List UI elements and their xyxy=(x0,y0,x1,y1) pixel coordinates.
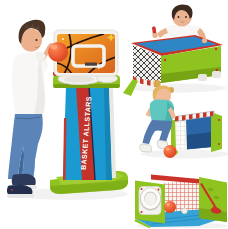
cage-right-foot-2 xyxy=(212,71,221,78)
cage-screw-1 xyxy=(164,59,166,61)
box-right-panel xyxy=(199,177,227,222)
scene-activity-box xyxy=(134,175,228,229)
boy1-jeans xyxy=(8,114,43,179)
boy1-shoe-logo xyxy=(11,189,13,191)
box-orange-ball-highlight xyxy=(166,203,170,206)
golf-ball xyxy=(182,208,188,214)
basketball-ball-highlight xyxy=(51,45,58,50)
brand-plate xyxy=(85,63,97,66)
cage-screw-2 xyxy=(215,48,217,50)
box-top-bar xyxy=(151,175,199,184)
boy-basketball xyxy=(7,20,54,198)
plaque-screw-2 xyxy=(158,189,160,191)
goal-side-panel xyxy=(211,112,222,152)
football-goal xyxy=(169,111,222,155)
box-left-panel xyxy=(135,181,165,224)
cage-screw-3 xyxy=(216,69,218,71)
football-ball xyxy=(164,145,177,158)
girl-sneaker-back xyxy=(140,144,152,152)
scene-basketball-stand: BASKET ALLSTARS xyxy=(7,20,128,200)
basket-rim-inner xyxy=(64,76,94,83)
basketball-ball xyxy=(48,42,68,62)
plaque-screw-3 xyxy=(141,211,143,213)
product-photo-collage: BASKET ALLSTARS xyxy=(0,0,228,228)
boy1-eye xyxy=(36,39,38,41)
cage-shadow xyxy=(130,84,226,93)
scene-cage-table xyxy=(123,5,226,97)
boy2-eye-right xyxy=(185,16,187,18)
cage-right-foot xyxy=(198,74,207,81)
boy2-hand-left xyxy=(152,33,157,38)
boy2-eye-left xyxy=(178,16,180,18)
boy2-hand-right xyxy=(202,38,207,43)
boy1-shoe-front-sole xyxy=(7,194,34,198)
goal-screw-2 xyxy=(218,143,220,145)
plaque-screw-1 xyxy=(141,188,143,190)
goal-screw-1 xyxy=(218,119,220,121)
girl-jeans xyxy=(143,120,173,144)
box-orange-ball xyxy=(164,201,176,213)
football-ball-highlight xyxy=(165,147,169,150)
collage-svg: BASKET ALLSTARS xyxy=(0,0,228,228)
